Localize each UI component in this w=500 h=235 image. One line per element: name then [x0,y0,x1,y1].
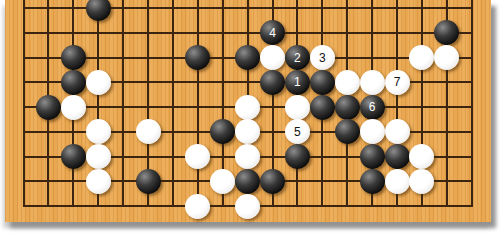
black-stone[interactable] [86,0,111,21]
white-stone[interactable] [434,45,459,70]
page-background: 4231765 [0,0,500,235]
white-stone[interactable] [185,144,210,169]
move-number-label: 5 [294,126,301,138]
go-board[interactable]: 4231765 [5,0,491,222]
grid-line-horizontal [23,32,473,34]
black-stone[interactable] [235,169,260,194]
white-stone[interactable] [235,194,260,219]
move-number-label: 1 [294,76,301,88]
move-number-label: 4 [269,27,276,39]
white-stone[interactable] [185,194,210,219]
move-number-label: 7 [394,76,401,88]
black-stone[interactable]: 6 [360,95,385,120]
white-stone[interactable] [335,70,360,95]
white-stone[interactable]: 5 [285,119,310,144]
white-stone[interactable] [409,144,434,169]
white-stone[interactable] [86,119,111,144]
white-stone[interactable] [86,169,111,194]
black-stone[interactable] [285,144,310,169]
white-stone[interactable] [86,70,111,95]
white-stone[interactable] [235,119,260,144]
move-number-label: 6 [369,101,376,113]
black-stone[interactable] [335,95,360,120]
white-stone[interactable] [260,45,285,70]
white-stone[interactable] [385,169,410,194]
white-stone[interactable] [61,95,86,120]
black-stone[interactable] [260,169,285,194]
white-stone[interactable] [385,119,410,144]
white-stone[interactable] [360,70,385,95]
black-stone[interactable]: 4 [260,20,285,45]
black-stone[interactable] [360,144,385,169]
black-stone[interactable] [136,169,161,194]
black-stone[interactable] [210,119,235,144]
black-stone[interactable]: 2 [285,45,310,70]
white-stone[interactable] [210,169,235,194]
white-stone[interactable] [235,95,260,120]
white-stone[interactable] [409,45,434,70]
black-stone[interactable] [434,20,459,45]
black-stone[interactable] [61,144,86,169]
black-stone[interactable]: 1 [285,70,310,95]
white-stone[interactable] [136,119,161,144]
white-stone[interactable]: 3 [310,45,335,70]
black-stone[interactable] [61,45,86,70]
white-stone[interactable] [86,144,111,169]
black-stone[interactable] [310,70,335,95]
black-stone[interactable] [310,95,335,120]
black-stone[interactable] [235,45,260,70]
black-stone[interactable] [185,45,210,70]
black-stone[interactable] [36,95,61,120]
white-stone[interactable]: 7 [385,70,410,95]
white-stone[interactable] [285,95,310,120]
white-stone[interactable] [409,169,434,194]
black-stone[interactable] [335,119,360,144]
move-number-label: 3 [319,52,326,64]
white-stone[interactable] [360,119,385,144]
black-stone[interactable] [385,144,410,169]
black-stone[interactable] [260,70,285,95]
move-number-label: 2 [294,52,301,64]
white-stone[interactable] [235,144,260,169]
black-stone[interactable] [61,70,86,95]
black-stone[interactable] [360,169,385,194]
